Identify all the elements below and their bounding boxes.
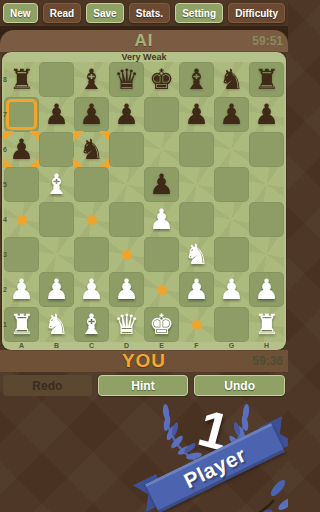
player-name: YOU <box>0 350 288 372</box>
piece-black-p: ♟ <box>214 97 249 132</box>
piece-white-p: ♟ <box>109 272 144 307</box>
square-c2[interactable]: ♟ <box>74 272 109 307</box>
legal-move-dot <box>17 215 27 225</box>
square-b8[interactable] <box>39 62 74 97</box>
hint-button[interactable]: Hint <box>98 375 189 396</box>
square-e4[interactable]: ♟ <box>144 202 179 237</box>
square-c4[interactable] <box>74 202 109 237</box>
piece-white-r: ♜ <box>249 307 284 342</box>
ai-bar: AI 59:51 <box>0 30 288 52</box>
opponent-name: AI <box>0 30 288 52</box>
piece-white-b: ♝ <box>39 167 74 202</box>
capture-corner-marker <box>3 131 14 142</box>
board-panel: Very Weak ♜♝♛♚♝♞♜♟♟♟♟♟♟♟♞♝♟♟♞♟♟♟♟♟♟♟♜♞♝♛… <box>2 52 286 350</box>
legal-move-dot <box>87 215 97 225</box>
square-b3[interactable] <box>39 237 74 272</box>
square-c3[interactable] <box>74 237 109 272</box>
setting-button[interactable]: Setting <box>175 3 223 23</box>
capture-corner-marker <box>73 131 84 142</box>
square-f8[interactable]: ♝ <box>179 62 214 97</box>
square-h1[interactable]: ♜ <box>249 307 284 342</box>
opponent-clock: 59:51 <box>252 34 283 48</box>
square-e1[interactable]: ♚ <box>144 307 179 342</box>
legal-move-dot <box>122 250 132 260</box>
corner-leaves-icon <box>234 470 288 512</box>
square-c7[interactable]: ♟ <box>74 97 109 132</box>
square-d6[interactable] <box>109 132 144 167</box>
square-h5[interactable] <box>249 167 284 202</box>
square-b6[interactable] <box>39 132 74 167</box>
square-d8[interactable]: ♛ <box>109 62 144 97</box>
square-b7[interactable]: ♟ <box>39 97 74 132</box>
piece-black-r: ♜ <box>249 62 284 97</box>
piece-white-p: ♟ <box>144 202 179 237</box>
piece-black-r: ♜ <box>4 62 39 97</box>
piece-white-k: ♚ <box>144 307 179 342</box>
new-button[interactable]: New <box>3 3 38 23</box>
difficulty-label: Very Weak <box>2 52 286 62</box>
square-g2[interactable]: ♟ <box>214 272 249 307</box>
square-a5[interactable] <box>4 167 39 202</box>
piece-white-q: ♛ <box>109 307 144 342</box>
square-h2[interactable]: ♟ <box>249 272 284 307</box>
square-a6[interactable]: ♟ <box>4 132 39 167</box>
undo-button[interactable]: Undo <box>194 375 285 396</box>
square-a1[interactable]: ♜ <box>4 307 39 342</box>
piece-white-p: ♟ <box>39 272 74 307</box>
square-h6[interactable] <box>249 132 284 167</box>
piece-white-p: ♟ <box>4 272 39 307</box>
read-button[interactable]: Read <box>43 3 81 23</box>
file-labels: ABCDEFGH <box>4 342 284 349</box>
square-g8[interactable]: ♞ <box>214 62 249 97</box>
last-move-outline <box>6 99 37 130</box>
square-h3[interactable] <box>249 237 284 272</box>
player-count-badge: 1 Player <box>140 398 288 512</box>
square-b2[interactable]: ♟ <box>39 272 74 307</box>
square-c6[interactable]: ♞ <box>74 132 109 167</box>
square-b1[interactable]: ♞ <box>39 307 74 342</box>
piece-black-p: ♟ <box>39 97 74 132</box>
piece-black-b: ♝ <box>74 62 109 97</box>
square-c8[interactable]: ♝ <box>74 62 109 97</box>
redo-button[interactable]: Redo <box>3 375 92 396</box>
square-g4[interactable] <box>214 202 249 237</box>
piece-black-p: ♟ <box>109 97 144 132</box>
square-g1[interactable] <box>214 307 249 342</box>
square-a3[interactable] <box>4 237 39 272</box>
square-e3[interactable] <box>144 237 179 272</box>
square-d2[interactable]: ♟ <box>109 272 144 307</box>
square-d7[interactable]: ♟ <box>109 97 144 132</box>
square-g7[interactable]: ♟ <box>214 97 249 132</box>
piece-black-n: ♞ <box>214 62 249 97</box>
player-clock: 59:36 <box>252 354 283 368</box>
save-button[interactable]: Save <box>86 3 123 23</box>
square-a8[interactable]: ♜ <box>4 62 39 97</box>
difficulty-button[interactable]: Difficulty <box>228 3 285 23</box>
square-e6[interactable] <box>144 132 179 167</box>
square-f3[interactable]: ♞ <box>179 237 214 272</box>
square-b4[interactable] <box>39 202 74 237</box>
square-g3[interactable] <box>214 237 249 272</box>
piece-white-p: ♟ <box>249 272 284 307</box>
square-d4[interactable] <box>109 202 144 237</box>
piece-black-p: ♟ <box>249 97 284 132</box>
piece-black-p: ♟ <box>4 132 39 167</box>
legal-move-dot <box>192 320 202 330</box>
square-a2[interactable]: ♟ <box>4 272 39 307</box>
piece-black-p: ♟ <box>179 97 214 132</box>
square-g6[interactable] <box>214 132 249 167</box>
square-e2[interactable] <box>144 272 179 307</box>
piece-white-n: ♞ <box>179 237 214 272</box>
square-h4[interactable] <box>249 202 284 237</box>
control-buttons: Redo Hint Undo <box>3 375 285 396</box>
square-f7[interactable]: ♟ <box>179 97 214 132</box>
piece-black-p: ♟ <box>74 97 109 132</box>
square-c5[interactable] <box>74 167 109 202</box>
square-f4[interactable] <box>179 202 214 237</box>
square-f5[interactable] <box>179 167 214 202</box>
square-d5[interactable] <box>109 167 144 202</box>
square-f1[interactable] <box>179 307 214 342</box>
piece-black-p: ♟ <box>144 167 179 202</box>
square-f2[interactable]: ♟ <box>179 272 214 307</box>
top-menu-bar: New Read Save Stats. Setting Difficulty <box>0 0 288 26</box>
legal-move-dot <box>157 285 167 295</box>
piece-white-b: ♝ <box>74 307 109 342</box>
chess-app-screen: { "game": "chess", "menu": { "items": [ … <box>0 0 288 512</box>
square-d3[interactable] <box>109 237 144 272</box>
square-e8[interactable]: ♚ <box>144 62 179 97</box>
square-f6[interactable] <box>179 132 214 167</box>
square-a7[interactable] <box>4 97 39 132</box>
piece-white-r: ♜ <box>4 307 39 342</box>
piece-white-p: ♟ <box>74 272 109 307</box>
square-d1[interactable]: ♛ <box>109 307 144 342</box>
square-a4[interactable] <box>4 202 39 237</box>
player-bar: YOU 59:36 <box>0 350 288 372</box>
square-b5[interactable]: ♝ <box>39 167 74 202</box>
square-h7[interactable]: ♟ <box>249 97 284 132</box>
square-e5[interactable]: ♟ <box>144 167 179 202</box>
square-e7[interactable] <box>144 97 179 132</box>
piece-black-q: ♛ <box>109 62 144 97</box>
square-c1[interactable]: ♝ <box>74 307 109 342</box>
piece-white-p: ♟ <box>179 272 214 307</box>
piece-white-n: ♞ <box>39 307 74 342</box>
piece-black-n: ♞ <box>74 132 109 167</box>
piece-black-k: ♚ <box>144 62 179 97</box>
square-g5[interactable] <box>214 167 249 202</box>
square-h8[interactable]: ♜ <box>249 62 284 97</box>
chess-board: ♜♝♛♚♝♞♜♟♟♟♟♟♟♟♞♝♟♟♞♟♟♟♟♟♟♟♜♞♝♛♚♜ <box>4 62 284 342</box>
stats-button[interactable]: Stats. <box>129 3 170 23</box>
piece-black-b: ♝ <box>179 62 214 97</box>
piece-white-p: ♟ <box>214 272 249 307</box>
